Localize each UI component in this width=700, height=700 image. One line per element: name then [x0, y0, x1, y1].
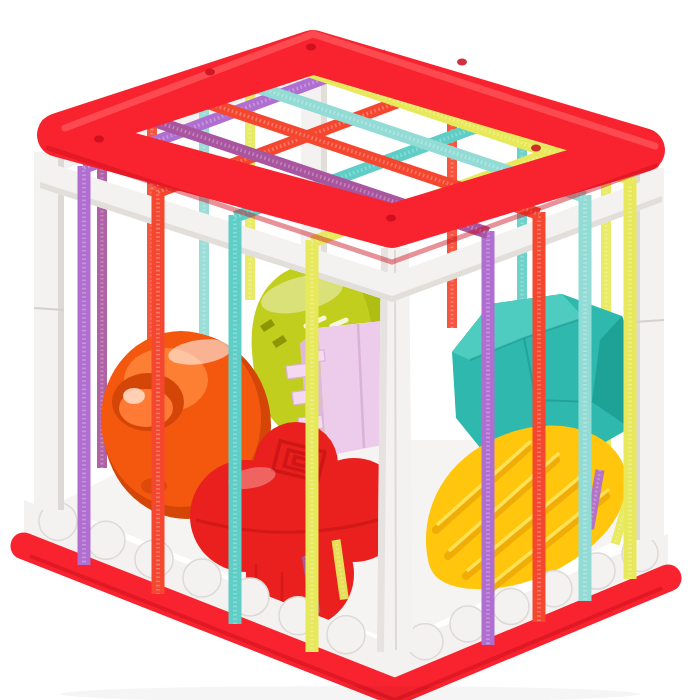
ground-shadow [60, 686, 640, 700]
base-scallop-bump [327, 616, 365, 654]
frame-screw-dimple [205, 69, 215, 76]
base-scallop-bump [493, 588, 529, 624]
base-scallop-bump [183, 559, 221, 597]
frame-screw-dimple [94, 136, 104, 143]
frame-screw-dimple [386, 215, 396, 222]
base-scallop-bump [450, 606, 486, 642]
base-scallop-bump [87, 521, 125, 559]
frame-screw-dimple [531, 145, 541, 152]
shape-sorter-cube-photo [0, 0, 700, 700]
orange-ball-crater [112, 373, 184, 431]
frame-screw-dimple [306, 44, 316, 51]
left-post-shadow-edge [58, 152, 64, 510]
product-photo [0, 0, 700, 700]
front-post-seam [395, 250, 396, 650]
frame-screw-dimple [457, 59, 467, 66]
